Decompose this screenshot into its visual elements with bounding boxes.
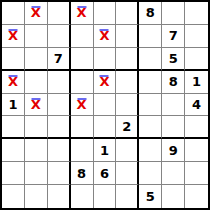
cell-r2c7[interactable] <box>139 25 162 48</box>
cell-r1c6[interactable] <box>116 2 139 25</box>
cell-r6c6[interactable]: 2 <box>116 116 139 139</box>
cell-r8c9[interactable] <box>185 162 208 185</box>
cell-r7c1[interactable] <box>2 139 25 162</box>
cell-r1c8[interactable] <box>162 2 185 25</box>
cell-r6c4[interactable] <box>71 116 94 139</box>
cell-r1c7[interactable]: 8 <box>139 2 162 25</box>
cell-r8c1[interactable] <box>2 162 25 185</box>
cell-r5c7[interactable] <box>139 94 162 117</box>
given-digit: 7 <box>169 29 178 42</box>
given-digit: 1 <box>192 75 201 88</box>
cell-r2c1[interactable]: X <box>2 25 25 48</box>
given-digit: 2 <box>122 120 131 133</box>
x-mark: X <box>8 29 18 42</box>
given-digit: 5 <box>146 190 155 203</box>
cell-r5c3[interactable] <box>48 94 71 117</box>
cell-r6c8[interactable] <box>162 116 185 139</box>
cell-r5c5[interactable] <box>94 94 117 117</box>
cell-r8c2[interactable] <box>25 162 48 185</box>
cell-r8c5[interactable]: 6 <box>94 162 117 185</box>
cell-r7c9[interactable] <box>185 139 208 162</box>
cell-r8c6[interactable] <box>116 162 139 185</box>
given-digit: 8 <box>77 167 86 180</box>
cell-r3c1[interactable] <box>2 48 25 71</box>
cell-r1c5[interactable] <box>94 2 117 25</box>
cell-r3c4[interactable] <box>71 48 94 71</box>
x-mark: X <box>8 75 18 88</box>
cell-r9c4[interactable] <box>71 185 94 208</box>
cell-r8c7[interactable] <box>139 162 162 185</box>
cell-r3c9[interactable] <box>185 48 208 71</box>
cell-r3c7[interactable] <box>139 48 162 71</box>
cell-r2c9[interactable] <box>185 25 208 48</box>
cell-r5c6[interactable] <box>116 94 139 117</box>
cell-r4c6[interactable] <box>116 71 139 94</box>
cell-r9c7[interactable]: 5 <box>139 185 162 208</box>
cell-r4c2[interactable] <box>25 71 48 94</box>
cell-r4c1[interactable]: X <box>2 71 25 94</box>
cell-r4c8[interactable]: 8 <box>162 71 185 94</box>
cell-r4c9[interactable]: 1 <box>185 71 208 94</box>
cell-r9c2[interactable] <box>25 185 48 208</box>
cell-r2c8[interactable]: 7 <box>162 25 185 48</box>
x-mark: X <box>77 6 87 19</box>
x-mark: X <box>77 98 87 111</box>
cell-r4c4[interactable] <box>71 71 94 94</box>
cell-r9c1[interactable] <box>2 185 25 208</box>
cell-r5c1[interactable]: 1 <box>2 94 25 117</box>
cell-r2c4[interactable] <box>71 25 94 48</box>
cell-r2c5[interactable]: X <box>94 25 117 48</box>
cell-r6c5[interactable] <box>94 116 117 139</box>
cell-r6c7[interactable] <box>139 116 162 139</box>
cell-r6c9[interactable] <box>185 116 208 139</box>
cell-r5c2[interactable]: X <box>25 94 48 117</box>
cell-r6c2[interactable] <box>25 116 48 139</box>
cell-r6c1[interactable] <box>2 116 25 139</box>
cell-r2c3[interactable] <box>48 25 71 48</box>
given-digit: 1 <box>8 98 17 111</box>
cell-r2c2[interactable] <box>25 25 48 48</box>
x-mark: X <box>31 98 41 111</box>
cell-r1c4[interactable]: X <box>71 2 94 25</box>
sudoku-board: XX8XX775XX811XX4219865 <box>0 0 210 210</box>
x-mark: X <box>99 75 109 88</box>
cell-r7c4[interactable] <box>71 139 94 162</box>
given-digit: 4 <box>192 98 201 111</box>
cell-r4c7[interactable] <box>139 71 162 94</box>
cell-r7c2[interactable] <box>25 139 48 162</box>
cell-r3c5[interactable] <box>94 48 117 71</box>
cell-r5c9[interactable]: 4 <box>185 94 208 117</box>
cell-r4c3[interactable] <box>48 71 71 94</box>
cell-r7c5[interactable]: 1 <box>94 139 117 162</box>
cell-r3c6[interactable] <box>116 48 139 71</box>
given-digit: 9 <box>169 144 178 157</box>
cell-r6c3[interactable] <box>48 116 71 139</box>
given-digit: 7 <box>54 52 63 65</box>
given-digit: 6 <box>100 167 109 180</box>
cell-r7c8[interactable]: 9 <box>162 139 185 162</box>
x-mark: X <box>31 6 41 19</box>
cell-r5c4[interactable]: X <box>71 94 94 117</box>
given-digit: 8 <box>146 6 155 19</box>
given-digit: 8 <box>169 75 178 88</box>
cell-r8c4[interactable]: 8 <box>71 162 94 185</box>
cell-r9c6[interactable] <box>116 185 139 208</box>
cell-r3c8[interactable]: 5 <box>162 48 185 71</box>
cell-r9c8[interactable] <box>162 185 185 208</box>
cell-r9c9[interactable] <box>185 185 208 208</box>
cell-r3c3[interactable]: 7 <box>48 48 71 71</box>
cell-r9c5[interactable] <box>94 185 117 208</box>
cell-r8c3[interactable] <box>48 162 71 185</box>
cell-r8c8[interactable] <box>162 162 185 185</box>
cell-r7c6[interactable] <box>116 139 139 162</box>
cell-r7c3[interactable] <box>48 139 71 162</box>
cell-r2c6[interactable] <box>116 25 139 48</box>
x-mark: X <box>99 29 109 42</box>
cell-r9c3[interactable] <box>48 185 71 208</box>
cell-r1c3[interactable] <box>48 2 71 25</box>
cell-r5c8[interactable] <box>162 94 185 117</box>
cell-r4c5[interactable]: X <box>94 71 117 94</box>
given-digit: 1 <box>100 144 109 157</box>
cell-r1c2[interactable]: X <box>25 2 48 25</box>
cell-r1c1[interactable] <box>2 2 25 25</box>
cell-r1c9[interactable] <box>185 2 208 25</box>
cell-r7c7[interactable] <box>139 139 162 162</box>
given-digit: 5 <box>169 52 178 65</box>
cell-r3c2[interactable] <box>25 48 48 71</box>
